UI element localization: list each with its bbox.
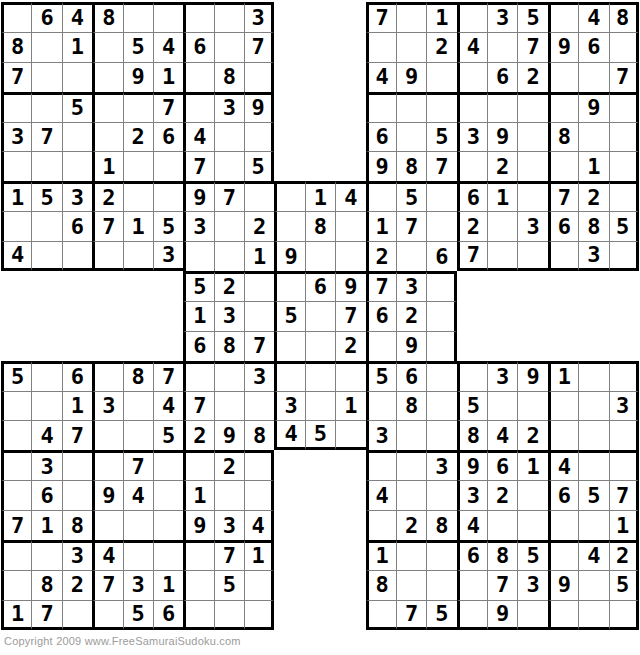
- empty-cell[interactable]: [92, 600, 122, 630]
- empty-cell[interactable]: [578, 62, 608, 92]
- given-cell[interactable]: 6: [548, 211, 578, 241]
- empty-cell[interactable]: [517, 181, 547, 211]
- given-cell[interactable]: 7: [62, 420, 92, 450]
- given-cell[interactable]: 2: [396, 301, 426, 331]
- given-cell[interactable]: 8: [214, 331, 244, 361]
- empty-cell[interactable]: [1, 211, 31, 241]
- given-cell[interactable]: 5: [1, 361, 31, 391]
- given-cell[interactable]: 6: [487, 62, 517, 92]
- empty-cell[interactable]: [396, 450, 426, 480]
- empty-cell[interactable]: [1, 420, 31, 450]
- empty-cell[interactable]: [123, 391, 153, 421]
- empty-cell[interactable]: [609, 122, 639, 152]
- empty-cell[interactable]: [335, 361, 365, 391]
- empty-cell[interactable]: [305, 391, 335, 421]
- empty-cell[interactable]: [517, 391, 547, 421]
- given-cell[interactable]: 6: [183, 32, 213, 62]
- empty-cell[interactable]: [517, 92, 547, 122]
- empty-cell[interactable]: [305, 361, 335, 391]
- empty-cell[interactable]: [31, 241, 61, 271]
- empty-cell[interactable]: [609, 361, 639, 391]
- given-cell[interactable]: 3: [1, 122, 31, 152]
- given-cell[interactable]: 5: [426, 122, 456, 152]
- given-cell[interactable]: 3: [62, 181, 92, 211]
- given-cell[interactable]: 8: [366, 570, 396, 600]
- empty-cell[interactable]: [244, 62, 274, 92]
- given-cell[interactable]: 5: [153, 211, 183, 241]
- given-cell[interactable]: 2: [92, 181, 122, 211]
- given-cell[interactable]: 7: [1, 510, 31, 540]
- empty-cell[interactable]: [426, 540, 456, 570]
- empty-cell[interactable]: [214, 2, 244, 32]
- empty-cell[interactable]: [517, 480, 547, 510]
- given-cell[interactable]: 3: [517, 211, 547, 241]
- empty-cell[interactable]: [214, 391, 244, 421]
- given-cell[interactable]: 3: [487, 2, 517, 32]
- given-cell[interactable]: 4: [487, 420, 517, 450]
- empty-cell[interactable]: [548, 540, 578, 570]
- given-cell[interactable]: 6: [487, 450, 517, 480]
- given-cell[interactable]: 7: [92, 570, 122, 600]
- given-cell[interactable]: 8: [548, 122, 578, 152]
- given-cell[interactable]: 6: [548, 480, 578, 510]
- empty-cell[interactable]: [183, 600, 213, 630]
- given-cell[interactable]: 1: [31, 510, 61, 540]
- given-cell[interactable]: 2: [578, 181, 608, 211]
- given-cell[interactable]: 6: [578, 32, 608, 62]
- empty-cell[interactable]: [244, 480, 274, 510]
- empty-cell[interactable]: [214, 32, 244, 62]
- empty-cell[interactable]: [548, 391, 578, 421]
- given-cell[interactable]: 9: [457, 450, 487, 480]
- given-cell[interactable]: 9: [578, 92, 608, 122]
- empty-cell[interactable]: [396, 420, 426, 450]
- given-cell[interactable]: 9: [366, 151, 396, 181]
- empty-cell[interactable]: [183, 450, 213, 480]
- empty-cell[interactable]: [274, 331, 304, 361]
- given-cell[interactable]: 1: [183, 480, 213, 510]
- empty-cell[interactable]: [578, 600, 608, 630]
- empty-cell[interactable]: [366, 450, 396, 480]
- empty-cell[interactable]: [214, 480, 244, 510]
- given-cell[interactable]: 9: [487, 600, 517, 630]
- given-cell[interactable]: 6: [396, 361, 426, 391]
- empty-cell[interactable]: [244, 570, 274, 600]
- given-cell[interactable]: 7: [214, 540, 244, 570]
- empty-cell[interactable]: [457, 151, 487, 181]
- empty-cell[interactable]: [366, 92, 396, 122]
- empty-cell[interactable]: [396, 480, 426, 510]
- empty-cell[interactable]: [31, 211, 61, 241]
- empty-cell[interactable]: [426, 211, 456, 241]
- empty-cell[interactable]: [487, 241, 517, 271]
- given-cell[interactable]: 5: [366, 361, 396, 391]
- given-cell[interactable]: 7: [366, 2, 396, 32]
- given-cell[interactable]: 4: [153, 391, 183, 421]
- given-cell[interactable]: 9: [335, 271, 365, 301]
- empty-cell[interactable]: [244, 301, 274, 331]
- empty-cell[interactable]: [487, 211, 517, 241]
- empty-cell[interactable]: [123, 181, 153, 211]
- empty-cell[interactable]: [517, 241, 547, 271]
- empty-cell[interactable]: [548, 62, 578, 92]
- given-cell[interactable]: 4: [457, 32, 487, 62]
- empty-cell[interactable]: [183, 62, 213, 92]
- given-cell[interactable]: 5: [183, 271, 213, 301]
- given-cell[interactable]: 6: [457, 540, 487, 570]
- empty-cell[interactable]: [92, 122, 122, 152]
- empty-cell[interactable]: [487, 32, 517, 62]
- given-cell[interactable]: 5: [274, 301, 304, 331]
- given-cell[interactable]: 4: [548, 450, 578, 480]
- empty-cell[interactable]: [1, 92, 31, 122]
- empty-cell[interactable]: [366, 391, 396, 421]
- empty-cell[interactable]: [31, 151, 61, 181]
- empty-cell[interactable]: [1, 450, 31, 480]
- given-cell[interactable]: 3: [609, 391, 639, 421]
- empty-cell[interactable]: [92, 420, 122, 450]
- empty-cell[interactable]: [1, 151, 31, 181]
- given-cell[interactable]: 7: [244, 32, 274, 62]
- empty-cell[interactable]: [335, 420, 365, 450]
- empty-cell[interactable]: [426, 331, 456, 361]
- given-cell[interactable]: 8: [426, 510, 456, 540]
- given-cell[interactable]: 7: [487, 570, 517, 600]
- empty-cell[interactable]: [183, 2, 213, 32]
- empty-cell[interactable]: [426, 480, 456, 510]
- given-cell[interactable]: 7: [396, 211, 426, 241]
- empty-cell[interactable]: [335, 211, 365, 241]
- given-cell[interactable]: 6: [457, 181, 487, 211]
- empty-cell[interactable]: [183, 361, 213, 391]
- empty-cell[interactable]: [578, 450, 608, 480]
- given-cell[interactable]: 3: [183, 211, 213, 241]
- empty-cell[interactable]: [457, 570, 487, 600]
- empty-cell[interactable]: [31, 540, 61, 570]
- empty-cell[interactable]: [214, 600, 244, 630]
- empty-cell[interactable]: [123, 540, 153, 570]
- given-cell[interactable]: 3: [31, 450, 61, 480]
- empty-cell[interactable]: [62, 600, 92, 630]
- empty-cell[interactable]: [31, 361, 61, 391]
- empty-cell[interactable]: [214, 361, 244, 391]
- given-cell[interactable]: 8: [31, 570, 61, 600]
- given-cell[interactable]: 8: [609, 2, 639, 32]
- given-cell[interactable]: 4: [92, 540, 122, 570]
- empty-cell[interactable]: [1, 540, 31, 570]
- empty-cell[interactable]: [578, 122, 608, 152]
- given-cell[interactable]: 7: [123, 450, 153, 480]
- given-cell[interactable]: 4: [457, 510, 487, 540]
- given-cell[interactable]: 1: [244, 540, 274, 570]
- empty-cell[interactable]: [123, 241, 153, 271]
- empty-cell[interactable]: [62, 122, 92, 152]
- given-cell[interactable]: 2: [517, 62, 547, 92]
- empty-cell[interactable]: [153, 181, 183, 211]
- empty-cell[interactable]: [426, 391, 456, 421]
- given-cell[interactable]: 8: [62, 510, 92, 540]
- given-cell[interactable]: 1: [1, 181, 31, 211]
- given-cell[interactable]: 4: [153, 32, 183, 62]
- given-cell[interactable]: 5: [214, 570, 244, 600]
- given-cell[interactable]: 6: [31, 480, 61, 510]
- given-cell[interactable]: 5: [244, 151, 274, 181]
- given-cell[interactable]: 5: [426, 600, 456, 630]
- given-cell[interactable]: 1: [487, 181, 517, 211]
- empty-cell[interactable]: [92, 32, 122, 62]
- given-cell[interactable]: 9: [274, 241, 304, 271]
- empty-cell[interactable]: [457, 62, 487, 92]
- empty-cell[interactable]: [92, 361, 122, 391]
- given-cell[interactable]: 9: [396, 331, 426, 361]
- empty-cell[interactable]: [123, 151, 153, 181]
- given-cell[interactable]: 7: [366, 271, 396, 301]
- empty-cell[interactable]: [153, 2, 183, 32]
- given-cell[interactable]: 6: [305, 271, 335, 301]
- empty-cell[interactable]: [426, 92, 456, 122]
- given-cell[interactable]: 5: [305, 420, 335, 450]
- empty-cell[interactable]: [244, 122, 274, 152]
- given-cell[interactable]: 5: [123, 32, 153, 62]
- given-cell[interactable]: 6: [31, 2, 61, 32]
- empty-cell[interactable]: [548, 600, 578, 630]
- empty-cell[interactable]: [335, 241, 365, 271]
- empty-cell[interactable]: [396, 570, 426, 600]
- empty-cell[interactable]: [396, 2, 426, 32]
- given-cell[interactable]: 3: [214, 92, 244, 122]
- empty-cell[interactable]: [153, 151, 183, 181]
- empty-cell[interactable]: [487, 391, 517, 421]
- given-cell[interactable]: 8: [578, 211, 608, 241]
- empty-cell[interactable]: [123, 92, 153, 122]
- given-cell[interactable]: 1: [548, 361, 578, 391]
- given-cell[interactable]: 7: [153, 361, 183, 391]
- given-cell[interactable]: 3: [214, 510, 244, 540]
- given-cell[interactable]: 2: [517, 420, 547, 450]
- given-cell[interactable]: 1: [609, 510, 639, 540]
- given-cell[interactable]: 1: [244, 241, 274, 271]
- empty-cell[interactable]: [62, 480, 92, 510]
- given-cell[interactable]: 1: [153, 570, 183, 600]
- given-cell[interactable]: 7: [1, 62, 31, 92]
- empty-cell[interactable]: [183, 241, 213, 271]
- empty-cell[interactable]: [153, 540, 183, 570]
- empty-cell[interactable]: [396, 122, 426, 152]
- given-cell[interactable]: 3: [92, 391, 122, 421]
- given-cell[interactable]: 5: [609, 211, 639, 241]
- empty-cell[interactable]: [487, 510, 517, 540]
- given-cell[interactable]: 7: [244, 331, 274, 361]
- given-cell[interactable]: 1: [578, 151, 608, 181]
- given-cell[interactable]: 8: [214, 62, 244, 92]
- empty-cell[interactable]: [609, 151, 639, 181]
- empty-cell[interactable]: [366, 331, 396, 361]
- given-cell[interactable]: 9: [183, 510, 213, 540]
- given-cell[interactable]: 4: [366, 62, 396, 92]
- empty-cell[interactable]: [305, 301, 335, 331]
- given-cell[interactable]: 7: [153, 92, 183, 122]
- empty-cell[interactable]: [214, 241, 244, 271]
- empty-cell[interactable]: [578, 570, 608, 600]
- given-cell[interactable]: 5: [62, 92, 92, 122]
- given-cell[interactable]: 1: [1, 600, 31, 630]
- given-cell[interactable]: 6: [153, 600, 183, 630]
- given-cell[interactable]: 4: [183, 122, 213, 152]
- given-cell[interactable]: 3: [244, 361, 274, 391]
- given-cell[interactable]: 2: [62, 570, 92, 600]
- empty-cell[interactable]: [244, 450, 274, 480]
- empty-cell[interactable]: [183, 570, 213, 600]
- given-cell[interactable]: 9: [214, 420, 244, 450]
- given-cell[interactable]: 8: [305, 211, 335, 241]
- given-cell[interactable]: 3: [487, 361, 517, 391]
- empty-cell[interactable]: [1, 480, 31, 510]
- empty-cell[interactable]: [305, 331, 335, 361]
- given-cell[interactable]: 4: [123, 480, 153, 510]
- empty-cell[interactable]: [517, 600, 547, 630]
- empty-cell[interactable]: [396, 32, 426, 62]
- empty-cell[interactable]: [1, 570, 31, 600]
- given-cell[interactable]: 8: [396, 151, 426, 181]
- given-cell[interactable]: 6: [153, 122, 183, 152]
- empty-cell[interactable]: [31, 391, 61, 421]
- given-cell[interactable]: 2: [426, 32, 456, 62]
- empty-cell[interactable]: [1, 391, 31, 421]
- given-cell[interactable]: 4: [274, 420, 304, 450]
- given-cell[interactable]: 9: [244, 92, 274, 122]
- given-cell[interactable]: 9: [396, 62, 426, 92]
- given-cell[interactable]: 3: [578, 241, 608, 271]
- given-cell[interactable]: 5: [153, 420, 183, 450]
- given-cell[interactable]: 1: [517, 450, 547, 480]
- given-cell[interactable]: 4: [578, 540, 608, 570]
- empty-cell[interactable]: [548, 151, 578, 181]
- empty-cell[interactable]: [548, 420, 578, 450]
- given-cell[interactable]: 8: [457, 420, 487, 450]
- empty-cell[interactable]: [426, 62, 456, 92]
- empty-cell[interactable]: [426, 301, 456, 331]
- empty-cell[interactable]: [274, 361, 304, 391]
- empty-cell[interactable]: [214, 211, 244, 241]
- given-cell[interactable]: 7: [92, 211, 122, 241]
- empty-cell[interactable]: [274, 211, 304, 241]
- given-cell[interactable]: 7: [214, 181, 244, 211]
- given-cell[interactable]: 7: [183, 391, 213, 421]
- given-cell[interactable]: 7: [396, 600, 426, 630]
- empty-cell[interactable]: [578, 391, 608, 421]
- given-cell[interactable]: 8: [123, 361, 153, 391]
- empty-cell[interactable]: [153, 480, 183, 510]
- empty-cell[interactable]: [426, 420, 456, 450]
- given-cell[interactable]: 3: [214, 301, 244, 331]
- empty-cell[interactable]: [244, 391, 274, 421]
- given-cell[interactable]: 3: [274, 391, 304, 421]
- empty-cell[interactable]: [274, 181, 304, 211]
- empty-cell[interactable]: [123, 2, 153, 32]
- empty-cell[interactable]: [1, 2, 31, 32]
- given-cell[interactable]: 9: [92, 480, 122, 510]
- empty-cell[interactable]: [366, 32, 396, 62]
- empty-cell[interactable]: [517, 510, 547, 540]
- empty-cell[interactable]: [183, 540, 213, 570]
- empty-cell[interactable]: [244, 600, 274, 630]
- given-cell[interactable]: 7: [609, 480, 639, 510]
- given-cell[interactable]: 7: [335, 301, 365, 331]
- given-cell[interactable]: 1: [366, 211, 396, 241]
- empty-cell[interactable]: [366, 181, 396, 211]
- empty-cell[interactable]: [609, 450, 639, 480]
- given-cell[interactable]: 2: [183, 420, 213, 450]
- empty-cell[interactable]: [578, 510, 608, 540]
- empty-cell[interactable]: [92, 62, 122, 92]
- given-cell[interactable]: 1: [92, 151, 122, 181]
- given-cell[interactable]: 6: [366, 301, 396, 331]
- given-cell[interactable]: 1: [426, 2, 456, 32]
- empty-cell[interactable]: [609, 420, 639, 450]
- given-cell[interactable]: 8: [244, 420, 274, 450]
- given-cell[interactable]: 7: [457, 241, 487, 271]
- given-cell[interactable]: 6: [62, 211, 92, 241]
- given-cell[interactable]: 5: [123, 600, 153, 630]
- empty-cell[interactable]: [92, 450, 122, 480]
- empty-cell[interactable]: [123, 510, 153, 540]
- given-cell[interactable]: 7: [31, 122, 61, 152]
- given-cell[interactable]: 2: [214, 450, 244, 480]
- empty-cell[interactable]: [609, 241, 639, 271]
- given-cell[interactable]: 4: [366, 480, 396, 510]
- given-cell[interactable]: 4: [244, 510, 274, 540]
- given-cell[interactable]: 1: [153, 62, 183, 92]
- empty-cell[interactable]: [578, 420, 608, 450]
- empty-cell[interactable]: [214, 122, 244, 152]
- empty-cell[interactable]: [92, 510, 122, 540]
- empty-cell[interactable]: [457, 2, 487, 32]
- empty-cell[interactable]: [62, 450, 92, 480]
- empty-cell[interactable]: [609, 32, 639, 62]
- given-cell[interactable]: 7: [426, 151, 456, 181]
- given-cell[interactable]: 3: [457, 480, 487, 510]
- given-cell[interactable]: 2: [123, 122, 153, 152]
- empty-cell[interactable]: [31, 92, 61, 122]
- empty-cell[interactable]: [609, 92, 639, 122]
- given-cell[interactable]: 9: [183, 181, 213, 211]
- empty-cell[interactable]: [305, 241, 335, 271]
- given-cell[interactable]: 2: [396, 510, 426, 540]
- empty-cell[interactable]: [31, 62, 61, 92]
- given-cell[interactable]: 6: [366, 122, 396, 152]
- given-cell[interactable]: 5: [517, 540, 547, 570]
- empty-cell[interactable]: [426, 570, 456, 600]
- given-cell[interactable]: 9: [517, 361, 547, 391]
- empty-cell[interactable]: [31, 32, 61, 62]
- given-cell[interactable]: 2: [609, 540, 639, 570]
- empty-cell[interactable]: [366, 510, 396, 540]
- given-cell[interactable]: 6: [183, 331, 213, 361]
- empty-cell[interactable]: [366, 600, 396, 630]
- empty-cell[interactable]: [457, 361, 487, 391]
- given-cell[interactable]: 2: [244, 211, 274, 241]
- empty-cell[interactable]: [396, 540, 426, 570]
- given-cell[interactable]: 2: [366, 241, 396, 271]
- empty-cell[interactable]: [214, 151, 244, 181]
- given-cell[interactable]: 6: [426, 241, 456, 271]
- empty-cell[interactable]: [548, 510, 578, 540]
- given-cell[interactable]: 5: [31, 181, 61, 211]
- empty-cell[interactable]: [426, 181, 456, 211]
- empty-cell[interactable]: [123, 420, 153, 450]
- given-cell[interactable]: 3: [153, 241, 183, 271]
- empty-cell[interactable]: [153, 510, 183, 540]
